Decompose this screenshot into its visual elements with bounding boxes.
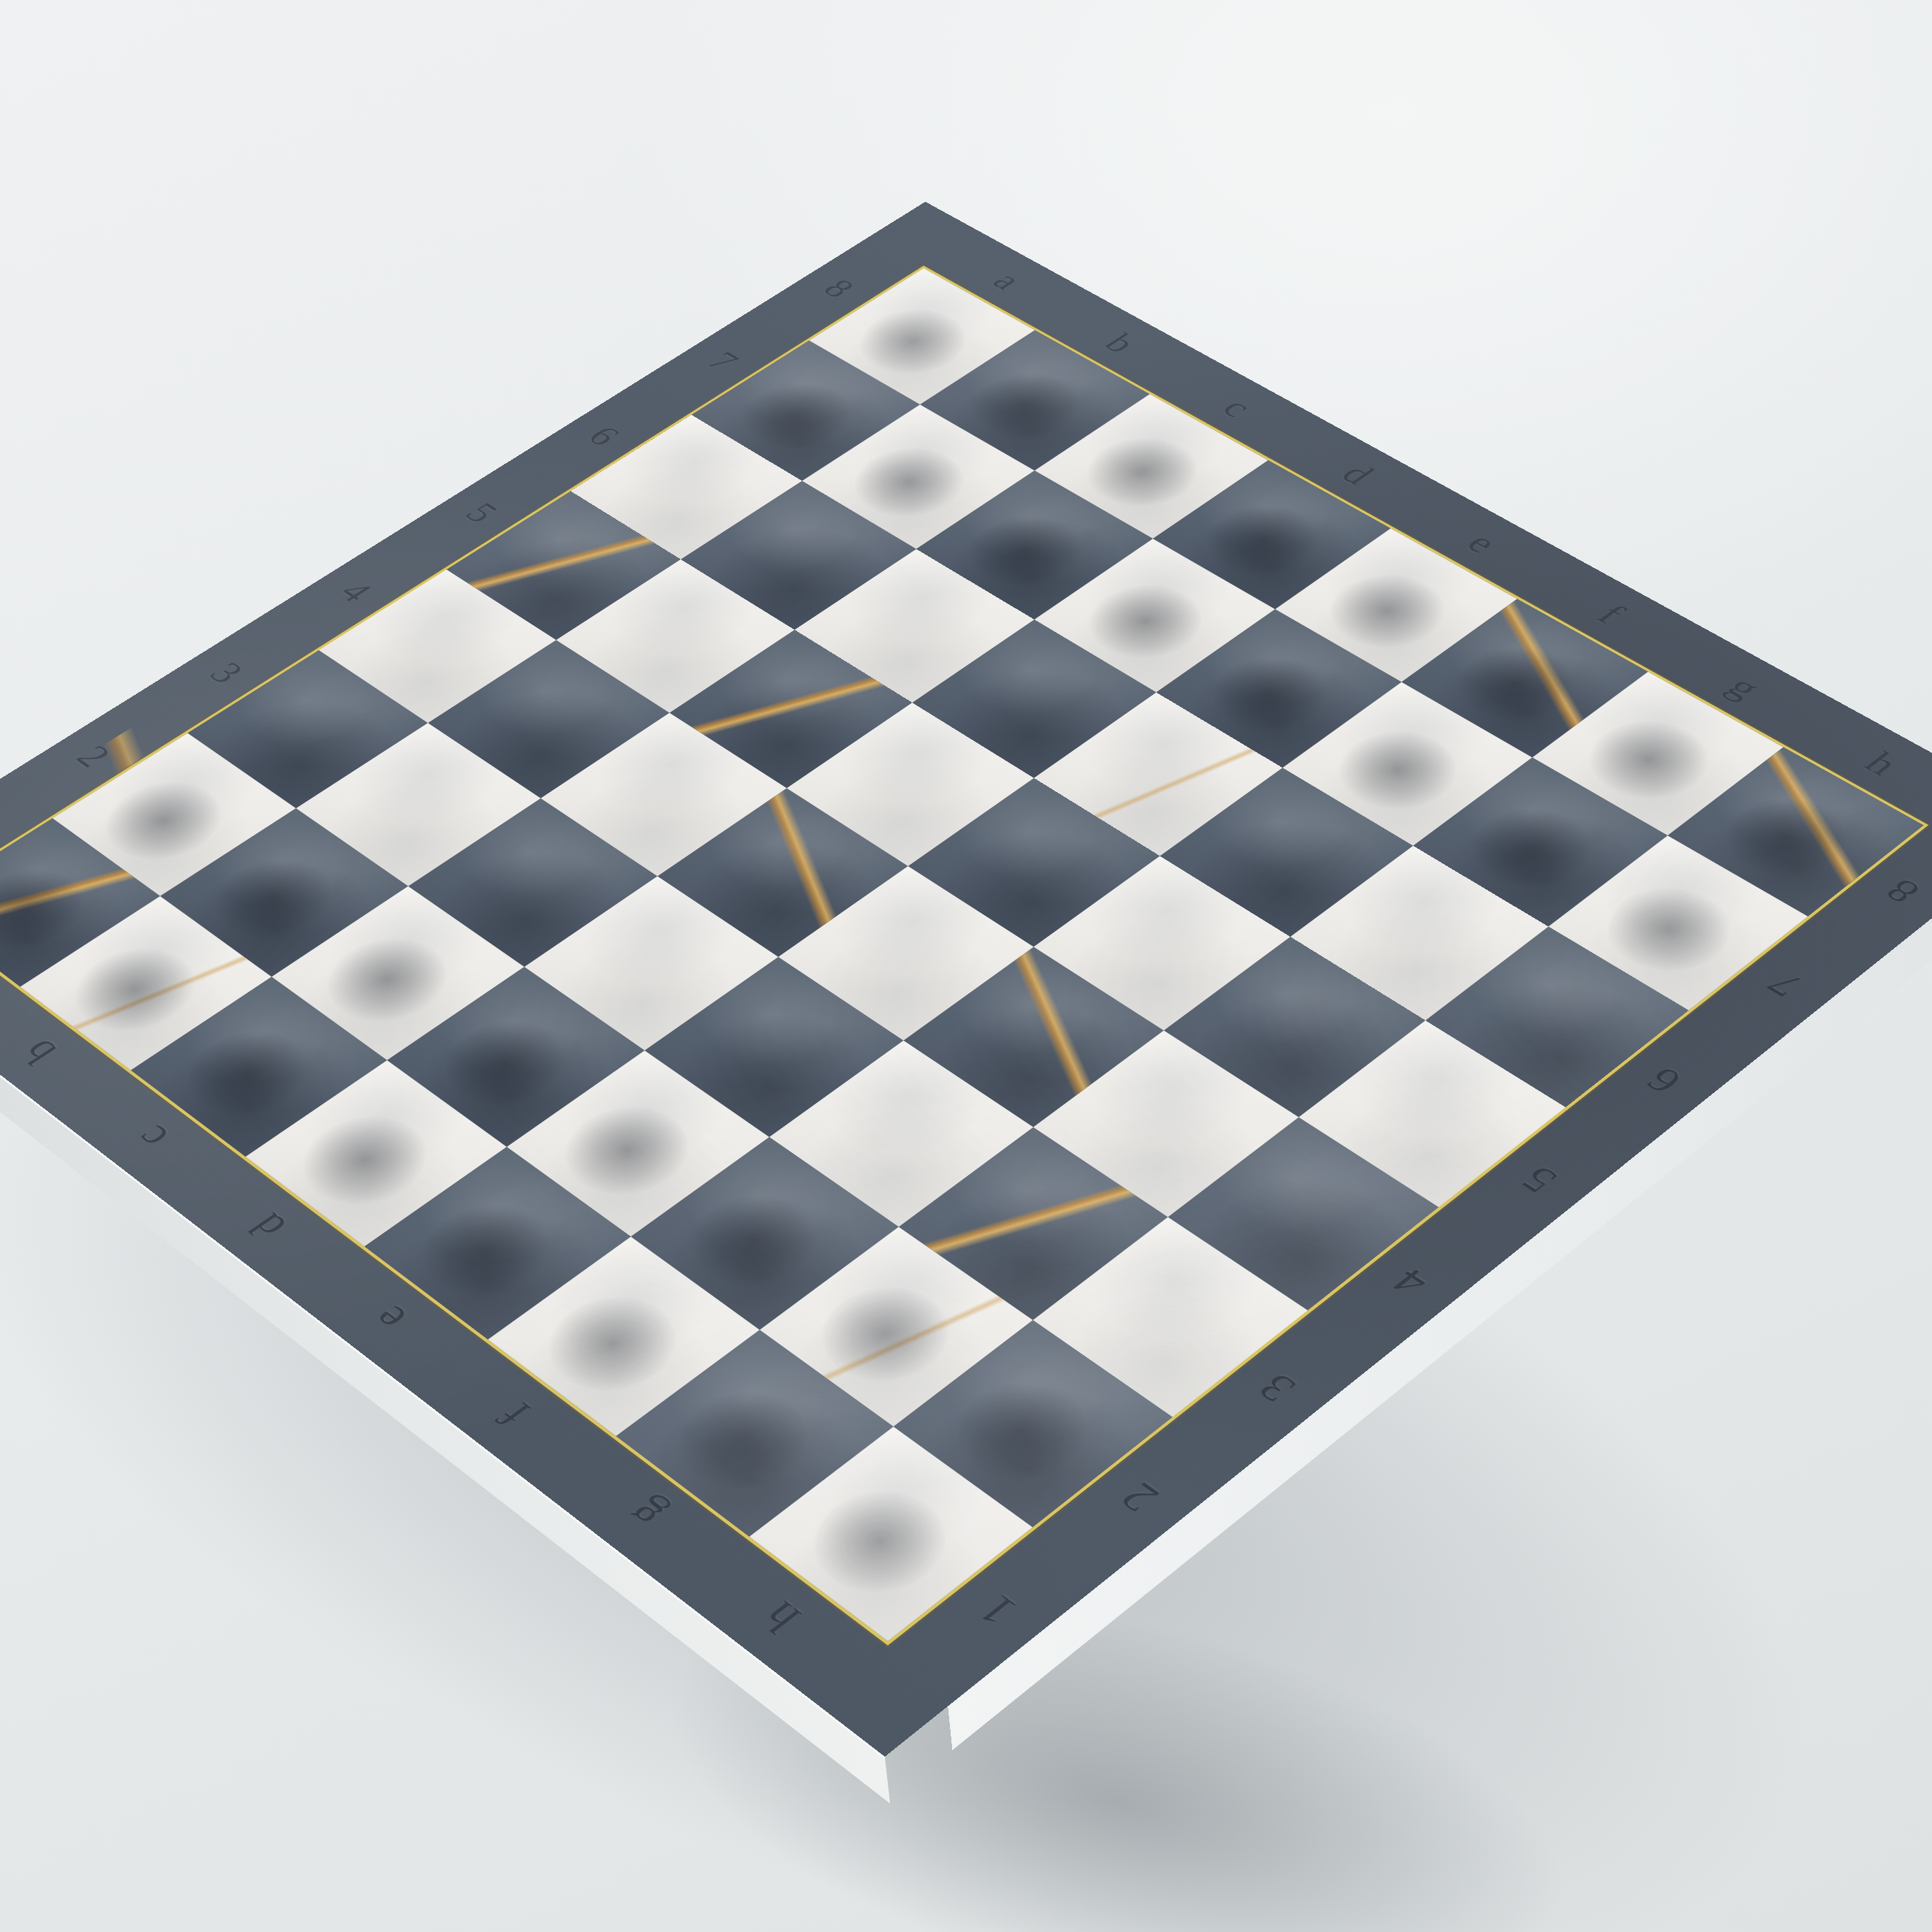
piece-bronze-rook-h1: ♜: [732, 1233, 1032, 1551]
square-e5: [908, 778, 1160, 947]
board-grid: ♜♞♝♚♛♝♞♜♟♟♟♟♟♟♟♟♟♟♟♟♟♟♟♟♜♞♝♚♛♝♞♜: [0, 268, 1924, 1641]
square-h1: ♜: [749, 1426, 1032, 1641]
board-slab-top: ♜♞♝♚♛♝♞♜♟♟♟♟♟♟♟♟♟♟♟♟♟♟♟♟♜♞♝♚♛♝♞♜ abcdefg…: [0, 202, 1932, 1757]
scene: ♜♞♝♚♛♝♞♜♟♟♟♟♟♟♟♟♟♟♟♟♟♟♟♟♜♞♝♚♛♝♞♜ abcdefg…: [0, 0, 1932, 1932]
piece-silver-pawn-h7: ♟: [1565, 714, 1776, 938]
